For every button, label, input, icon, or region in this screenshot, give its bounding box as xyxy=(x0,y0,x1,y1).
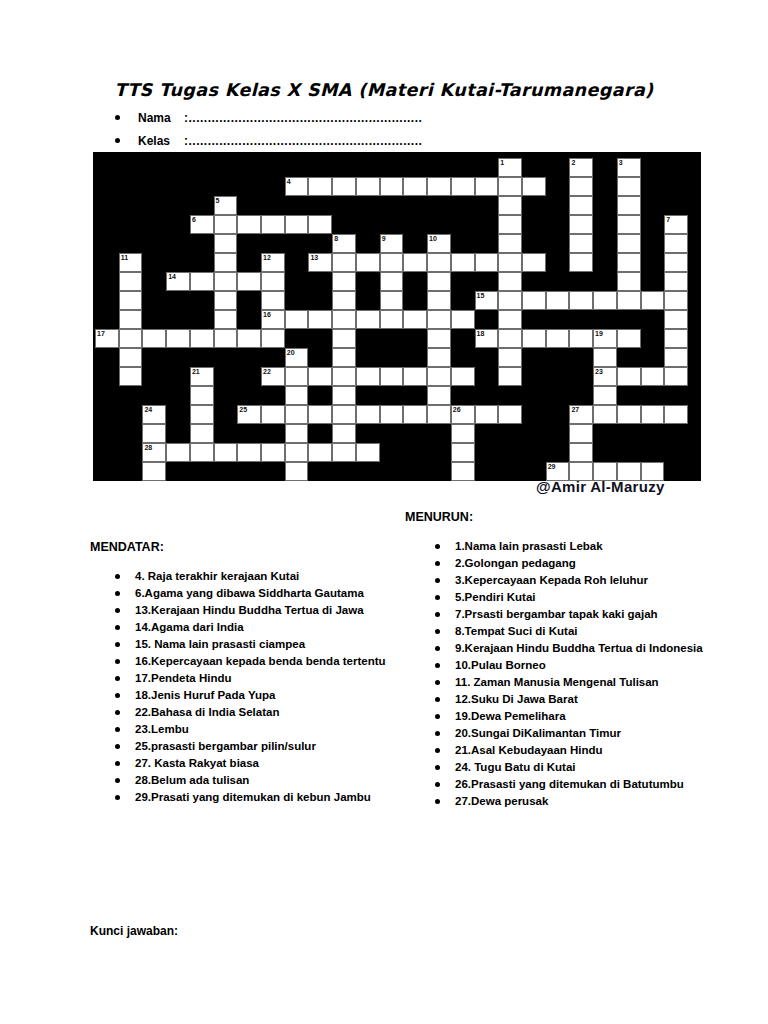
black-cell xyxy=(403,348,427,367)
grid-cell[interactable] xyxy=(332,329,356,348)
bullet-icon xyxy=(435,544,440,549)
grid-cell[interactable] xyxy=(214,329,238,348)
bullet-icon xyxy=(435,663,440,668)
black-cell xyxy=(356,348,380,367)
black-cell xyxy=(522,367,546,386)
bullet-icon xyxy=(435,748,440,753)
black-cell xyxy=(427,443,451,462)
black-cell xyxy=(380,386,404,405)
bullet-icon xyxy=(115,608,120,613)
grid-cell[interactable] xyxy=(237,443,261,462)
grid-cell[interactable] xyxy=(664,367,688,386)
grid-cell[interactable] xyxy=(332,177,356,196)
grid-cell[interactable] xyxy=(356,443,380,462)
grid-cell[interactable] xyxy=(569,443,593,462)
grid-cell[interactable] xyxy=(498,367,522,386)
grid-cell[interactable] xyxy=(285,443,309,462)
black-cell xyxy=(214,462,238,481)
clue-number: 20 xyxy=(287,349,295,357)
grid-cell[interactable] xyxy=(308,177,332,196)
grid-cell[interactable] xyxy=(546,329,570,348)
black-cell xyxy=(380,196,404,215)
grid-cell[interactable] xyxy=(356,253,380,272)
black-cell xyxy=(285,234,309,253)
black-cell xyxy=(166,291,190,310)
grid-cell[interactable] xyxy=(498,234,522,253)
black-cell xyxy=(451,348,475,367)
grid-cell[interactable] xyxy=(285,310,309,329)
black-cell xyxy=(214,158,238,177)
grid-cell[interactable]: 28 xyxy=(142,443,166,462)
grid-cell[interactable] xyxy=(664,329,688,348)
black-cell xyxy=(95,215,119,234)
black-cell xyxy=(356,272,380,291)
grid-cell[interactable] xyxy=(261,291,285,310)
grid-cell[interactable] xyxy=(617,215,641,234)
grid-cell[interactable] xyxy=(190,272,214,291)
grid-cell[interactable] xyxy=(498,329,522,348)
grid-cell[interactable]: 9 xyxy=(380,234,404,253)
grid-cell[interactable] xyxy=(214,215,238,234)
black-cell xyxy=(664,443,688,462)
bullet-icon xyxy=(435,697,440,702)
black-cell xyxy=(356,234,380,253)
grid-cell[interactable] xyxy=(190,405,214,424)
grid-cell[interactable] xyxy=(522,177,546,196)
black-cell xyxy=(142,234,166,253)
black-cell xyxy=(522,405,546,424)
grid-cell[interactable] xyxy=(498,253,522,272)
grid-cell[interactable] xyxy=(498,348,522,367)
grid-cell[interactable] xyxy=(427,177,451,196)
black-cell xyxy=(142,215,166,234)
grid-cell[interactable] xyxy=(451,310,475,329)
grid-cell[interactable] xyxy=(332,272,356,291)
black-cell xyxy=(617,443,641,462)
grid-cell[interactable] xyxy=(308,405,332,424)
grid-cell[interactable]: 16 xyxy=(261,310,285,329)
grid-cell[interactable]: 15 xyxy=(475,291,499,310)
black-cell xyxy=(190,462,214,481)
grid-cell[interactable] xyxy=(356,367,380,386)
grid-cell[interactable]: 25 xyxy=(237,405,261,424)
grid-cell[interactable] xyxy=(427,329,451,348)
grid-cell[interactable] xyxy=(142,424,166,443)
black-cell xyxy=(237,367,261,386)
black-cell xyxy=(641,215,665,234)
black-cell xyxy=(190,196,214,215)
grid-cell[interactable] xyxy=(451,424,475,443)
grid-cell[interactable]: 22 xyxy=(261,367,285,386)
black-cell xyxy=(356,291,380,310)
grid-cell[interactable] xyxy=(617,234,641,253)
grid-cell[interactable] xyxy=(498,310,522,329)
grid-cell[interactable] xyxy=(427,272,451,291)
grid-cell[interactable] xyxy=(119,348,143,367)
bullet-icon xyxy=(115,625,120,630)
black-cell xyxy=(546,367,570,386)
grid-cell[interactable]: 23 xyxy=(593,367,617,386)
grid-cell[interactable] xyxy=(332,405,356,424)
black-cell xyxy=(308,462,332,481)
grid-cell[interactable] xyxy=(380,177,404,196)
black-cell xyxy=(569,272,593,291)
black-cell xyxy=(95,234,119,253)
black-cell xyxy=(475,234,499,253)
grid-cell[interactable] xyxy=(617,367,641,386)
grid-cell[interactable] xyxy=(332,291,356,310)
grid-cell[interactable] xyxy=(332,367,356,386)
grid-cell[interactable] xyxy=(451,462,475,481)
black-cell xyxy=(166,462,190,481)
clue-number: 11 xyxy=(121,254,128,262)
grid-cell[interactable] xyxy=(522,291,546,310)
grid-cell[interactable] xyxy=(356,177,380,196)
grid-cell[interactable] xyxy=(617,291,641,310)
black-cell xyxy=(261,462,285,481)
bullet-icon xyxy=(435,765,440,770)
grid-cell[interactable] xyxy=(593,291,617,310)
grid-cell[interactable] xyxy=(475,405,499,424)
grid-cell[interactable] xyxy=(190,443,214,462)
grid-cell[interactable] xyxy=(664,272,688,291)
grid-cell[interactable] xyxy=(142,329,166,348)
black-cell xyxy=(641,348,665,367)
grid-cell[interactable] xyxy=(403,405,427,424)
grid-cell[interactable] xyxy=(285,367,309,386)
grid-cell[interactable]: 24 xyxy=(142,405,166,424)
grid-cell[interactable] xyxy=(214,310,238,329)
black-cell xyxy=(593,215,617,234)
black-cell xyxy=(546,310,570,329)
grid-cell[interactable] xyxy=(119,329,143,348)
grid-cell[interactable] xyxy=(498,177,522,196)
clue-number: 18 xyxy=(477,330,485,338)
grid-cell[interactable] xyxy=(166,329,190,348)
grid-cell[interactable] xyxy=(617,177,641,196)
grid-cell[interactable] xyxy=(569,329,593,348)
grid-cell[interactable] xyxy=(522,253,546,272)
black-cell xyxy=(214,348,238,367)
grid-cell[interactable] xyxy=(285,424,309,443)
grid-cell[interactable] xyxy=(190,386,214,405)
black-cell xyxy=(403,215,427,234)
grid-cell[interactable] xyxy=(451,253,475,272)
grid-cell[interactable] xyxy=(617,272,641,291)
grid-cell[interactable] xyxy=(356,405,380,424)
black-cell xyxy=(190,291,214,310)
grid-cell[interactable] xyxy=(569,234,593,253)
grid-cell[interactable] xyxy=(285,215,309,234)
grid-cell[interactable] xyxy=(356,310,380,329)
down-clue: 3.Kepercayaan Kepada Roh leluhur xyxy=(405,572,717,589)
black-cell xyxy=(522,234,546,253)
bullet-icon xyxy=(435,680,440,685)
grid-cell[interactable] xyxy=(593,386,617,405)
grid-cell[interactable]: 20 xyxy=(285,348,309,367)
grid-cell[interactable] xyxy=(641,367,665,386)
grid-cell[interactable] xyxy=(308,443,332,462)
grid-cell[interactable]: 12 xyxy=(261,253,285,272)
grid-cell[interactable] xyxy=(380,253,404,272)
grid-cell[interactable]: 11 xyxy=(119,253,143,272)
grid-cell[interactable] xyxy=(285,386,309,405)
black-cell xyxy=(475,424,499,443)
grid-cell[interactable] xyxy=(403,177,427,196)
grid-cell[interactable]: 17 xyxy=(95,329,119,348)
black-cell xyxy=(308,424,332,443)
black-cell xyxy=(356,158,380,177)
grid-cell[interactable]: 5 xyxy=(214,196,238,215)
clue-number: 19 xyxy=(595,330,603,338)
black-cell xyxy=(166,424,190,443)
grid-cell[interactable] xyxy=(546,291,570,310)
down-clue: 21.Asal Kebudayaan Hindu xyxy=(405,742,717,759)
black-cell xyxy=(475,272,499,291)
black-cell xyxy=(427,196,451,215)
down-clue: 27.Dewa perusak xyxy=(405,793,717,810)
grid-cell[interactable] xyxy=(641,405,665,424)
grid-cell[interactable] xyxy=(285,462,309,481)
black-cell xyxy=(522,158,546,177)
black-cell xyxy=(451,291,475,310)
grid-cell[interactable] xyxy=(261,405,285,424)
grid-cell[interactable] xyxy=(498,405,522,424)
black-cell xyxy=(451,272,475,291)
black-cell xyxy=(617,348,641,367)
bullet-icon xyxy=(115,778,120,783)
grid-cell[interactable] xyxy=(498,215,522,234)
grid-cell[interactable] xyxy=(403,310,427,329)
grid-cell[interactable] xyxy=(380,367,404,386)
black-cell xyxy=(498,386,522,405)
black-cell xyxy=(475,310,499,329)
black-cell xyxy=(119,158,143,177)
black-cell xyxy=(427,424,451,443)
black-cell xyxy=(593,196,617,215)
grid-cell[interactable] xyxy=(308,215,332,234)
grid-cell[interactable] xyxy=(332,348,356,367)
black-cell xyxy=(237,253,261,272)
grid-cell[interactable] xyxy=(285,405,309,424)
black-cell xyxy=(119,405,143,424)
black-cell xyxy=(214,386,238,405)
grid-cell[interactable] xyxy=(617,329,641,348)
grid-cell[interactable] xyxy=(308,310,332,329)
black-cell xyxy=(142,310,166,329)
black-cell xyxy=(119,424,143,443)
grid-cell[interactable] xyxy=(214,291,238,310)
grid-cell[interactable] xyxy=(427,310,451,329)
grid-cell[interactable] xyxy=(593,348,617,367)
grid-cell[interactable] xyxy=(261,443,285,462)
bullet-icon xyxy=(115,693,120,698)
grid-cell[interactable] xyxy=(119,367,143,386)
grid-cell[interactable] xyxy=(664,310,688,329)
down-clue: 10.Pulau Borneo xyxy=(405,657,717,674)
bullet-icon xyxy=(115,642,120,647)
black-cell xyxy=(237,462,261,481)
grid-cell[interactable] xyxy=(617,253,641,272)
grid-cell[interactable] xyxy=(664,291,688,310)
grid-cell[interactable] xyxy=(498,291,522,310)
grid-cell[interactable] xyxy=(166,443,190,462)
grid-cell[interactable] xyxy=(214,253,238,272)
clue-number: 23 xyxy=(595,368,603,376)
grid-cell[interactable] xyxy=(332,253,356,272)
grid-cell[interactable] xyxy=(569,424,593,443)
black-cell xyxy=(166,196,190,215)
grid-cell[interactable] xyxy=(569,177,593,196)
grid-cell[interactable] xyxy=(403,367,427,386)
grid-cell[interactable]: 26 xyxy=(451,405,475,424)
grid-cell[interactable] xyxy=(427,386,451,405)
grid-cell[interactable] xyxy=(475,177,499,196)
grid-cell[interactable]: 7 xyxy=(664,215,688,234)
author-watermark: @Amir Al-Maruzy xyxy=(536,478,665,495)
grid-cell[interactable] xyxy=(427,348,451,367)
grid-cell[interactable] xyxy=(427,291,451,310)
grid-cell[interactable] xyxy=(664,348,688,367)
black-cell xyxy=(664,462,688,481)
grid-cell[interactable] xyxy=(427,253,451,272)
grid-cell[interactable] xyxy=(641,291,665,310)
down-clue: 19.Dewa Pemelihara xyxy=(405,708,717,725)
grid-cell[interactable] xyxy=(617,405,641,424)
down-clue: 26.Prasasti yang ditemukan di Batutumbu xyxy=(405,776,717,793)
black-cell xyxy=(546,196,570,215)
grid-cell[interactable] xyxy=(332,443,356,462)
grid-cell[interactable]: 21 xyxy=(190,367,214,386)
black-cell xyxy=(664,196,688,215)
grid-cell[interactable] xyxy=(403,253,427,272)
grid-cell[interactable]: 27 xyxy=(569,405,593,424)
across-clue: 22.Bahasa di India Selatan xyxy=(90,704,415,721)
bullet-icon xyxy=(435,714,440,719)
grid-cell[interactable]: 13 xyxy=(308,253,332,272)
grid-cell[interactable] xyxy=(119,272,143,291)
grid-cell[interactable] xyxy=(451,367,475,386)
black-cell xyxy=(95,253,119,272)
grid-cell[interactable] xyxy=(190,329,214,348)
black-cell xyxy=(546,234,570,253)
grid-cell[interactable] xyxy=(498,196,522,215)
grid-cell[interactable] xyxy=(332,424,356,443)
clue-number: 5 xyxy=(216,197,220,205)
clue-number: 28 xyxy=(144,444,152,452)
bullet-icon xyxy=(115,744,120,749)
bullet-icon xyxy=(435,629,440,634)
grid-cell[interactable]: 14 xyxy=(166,272,190,291)
black-cell xyxy=(617,386,641,405)
grid-cell[interactable] xyxy=(237,272,261,291)
grid-cell[interactable] xyxy=(237,329,261,348)
grid-cell[interactable] xyxy=(380,291,404,310)
grid-cell[interactable] xyxy=(427,405,451,424)
grid-cell[interactable] xyxy=(664,234,688,253)
grid-cell[interactable]: 8 xyxy=(332,234,356,253)
black-cell xyxy=(451,158,475,177)
grid-cell[interactable] xyxy=(332,386,356,405)
grid-cell[interactable]: 18 xyxy=(475,329,499,348)
black-cell xyxy=(641,253,665,272)
grid-cell[interactable] xyxy=(498,272,522,291)
grid-cell[interactable] xyxy=(664,253,688,272)
black-cell xyxy=(142,177,166,196)
grid-cell[interactable]: 2 xyxy=(569,158,593,177)
grid-cell[interactable] xyxy=(261,272,285,291)
grid-cell[interactable] xyxy=(569,196,593,215)
black-cell xyxy=(166,253,190,272)
black-cell xyxy=(142,367,166,386)
black-cell xyxy=(427,158,451,177)
grid-cell[interactable] xyxy=(119,310,143,329)
grid-cell[interactable] xyxy=(308,367,332,386)
class-dotted-line[interactable]: :.......................................… xyxy=(184,134,422,148)
grid-cell[interactable] xyxy=(569,253,593,272)
grid-cell[interactable]: 1 xyxy=(498,158,522,177)
grid-cell[interactable] xyxy=(214,443,238,462)
grid-cell[interactable] xyxy=(617,196,641,215)
clue-number: 13 xyxy=(310,254,318,262)
name-dotted-line[interactable]: :.......................................… xyxy=(184,111,422,125)
grid-cell[interactable] xyxy=(261,329,285,348)
grid-cell[interactable] xyxy=(593,405,617,424)
grid-cell[interactable] xyxy=(475,253,499,272)
grid-cell[interactable] xyxy=(522,329,546,348)
grid-cell[interactable] xyxy=(261,215,285,234)
black-cell xyxy=(546,253,570,272)
grid-cell[interactable] xyxy=(237,215,261,234)
grid-cell[interactable] xyxy=(380,310,404,329)
grid-cell[interactable] xyxy=(214,272,238,291)
grid-cell[interactable]: 4 xyxy=(285,177,309,196)
grid-cell[interactable]: 19 xyxy=(593,329,617,348)
across-clue: 28.Belum ada tulisan xyxy=(90,772,415,789)
grid-cell[interactable]: 6 xyxy=(190,215,214,234)
grid-cell[interactable] xyxy=(569,291,593,310)
grid-cell[interactable] xyxy=(119,291,143,310)
clue-number: 3 xyxy=(619,159,623,167)
black-cell xyxy=(95,348,119,367)
grid-cell[interactable] xyxy=(664,405,688,424)
grid-cell[interactable] xyxy=(214,234,238,253)
grid-cell[interactable] xyxy=(380,272,404,291)
grid-cell[interactable] xyxy=(380,405,404,424)
black-cell xyxy=(546,405,570,424)
black-cell xyxy=(166,386,190,405)
grid-cell[interactable] xyxy=(569,215,593,234)
grid-cell[interactable]: 10 xyxy=(427,234,451,253)
black-cell xyxy=(403,196,427,215)
bullet-icon xyxy=(115,591,120,596)
grid-cell[interactable] xyxy=(451,177,475,196)
grid-cell[interactable]: 3 xyxy=(617,158,641,177)
black-cell xyxy=(119,386,143,405)
grid-cell[interactable] xyxy=(451,443,475,462)
grid-cell[interactable] xyxy=(427,367,451,386)
grid-cell[interactable] xyxy=(190,424,214,443)
black-cell xyxy=(569,367,593,386)
black-cell xyxy=(261,158,285,177)
grid-cell[interactable] xyxy=(332,310,356,329)
black-cell xyxy=(641,272,665,291)
black-cell xyxy=(119,462,143,481)
grid-cell[interactable] xyxy=(142,462,166,481)
black-cell xyxy=(332,158,356,177)
black-cell xyxy=(142,291,166,310)
across-clue: 16.Kepercayaan kepada benda benda terten… xyxy=(90,653,415,670)
